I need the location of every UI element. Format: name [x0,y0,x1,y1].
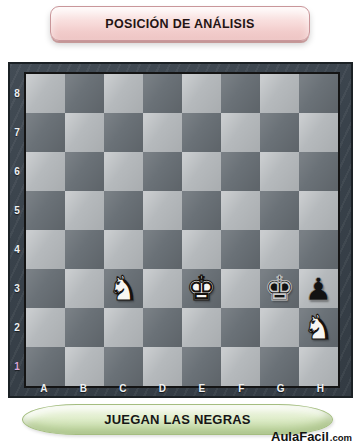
rank-label-3: 3 [10,269,24,308]
square-g4[interactable] [260,230,299,269]
file-label-d: D [143,382,183,395]
file-label-g: G [261,382,301,395]
square-g1[interactable] [260,347,299,386]
square-f3[interactable] [221,269,260,308]
square-e7[interactable] [182,113,221,152]
file-label-c: C [103,382,143,395]
brand-link[interactable]: AulaFacil .com [271,429,352,444]
square-d7[interactable] [143,113,182,152]
square-e4[interactable] [182,230,221,269]
square-a1[interactable] [26,347,65,386]
square-g2[interactable] [260,308,299,347]
square-f8[interactable] [221,74,260,113]
board-grid: ♞♚♚♟♞ [24,72,340,388]
square-e3[interactable]: ♚ [182,269,221,308]
square-d1[interactable] [143,347,182,386]
square-f2[interactable] [221,308,260,347]
square-d3[interactable] [143,269,182,308]
square-g3[interactable]: ♚ [260,269,299,308]
file-label-e: E [182,382,222,395]
rank-label-2: 2 [10,308,24,347]
square-e6[interactable] [182,152,221,191]
square-f5[interactable] [221,191,260,230]
square-b2[interactable] [65,308,104,347]
square-a3[interactable] [26,269,65,308]
square-e1[interactable] [182,347,221,386]
square-c6[interactable] [104,152,143,191]
file-label-h: H [301,382,341,395]
rank-label-6: 6 [10,152,24,191]
square-g8[interactable] [260,74,299,113]
square-a7[interactable] [26,113,65,152]
square-e2[interactable] [182,308,221,347]
file-label-b: B [64,382,104,395]
square-d2[interactable] [143,308,182,347]
square-f6[interactable] [221,152,260,191]
square-c2[interactable] [104,308,143,347]
analysis-banner: POSICIÓN DE ANÁLISIS [50,6,310,41]
square-a8[interactable] [26,74,65,113]
square-e5[interactable] [182,191,221,230]
square-g6[interactable] [260,152,299,191]
square-c5[interactable] [104,191,143,230]
file-labels: ABCDEFGH [24,382,340,395]
square-c1[interactable] [104,347,143,386]
square-h6[interactable] [299,152,338,191]
square-b7[interactable] [65,113,104,152]
square-b8[interactable] [65,74,104,113]
rank-label-4: 4 [10,230,24,269]
brand-suffix: .com [330,432,352,443]
file-label-f: F [222,382,262,395]
square-d5[interactable] [143,191,182,230]
square-h2[interactable]: ♞ [299,308,338,347]
rank-label-7: 7 [10,113,24,152]
square-d6[interactable] [143,152,182,191]
square-g5[interactable] [260,191,299,230]
square-a6[interactable] [26,152,65,191]
square-c7[interactable] [104,113,143,152]
square-c3[interactable]: ♞ [104,269,143,308]
square-b5[interactable] [65,191,104,230]
square-d8[interactable] [143,74,182,113]
square-a5[interactable] [26,191,65,230]
square-b1[interactable] [65,347,104,386]
square-e8[interactable] [182,74,221,113]
white-knight-h2: ♞ [299,308,338,347]
square-g7[interactable] [260,113,299,152]
square-h3[interactable]: ♟ [299,269,338,308]
brand-name: AulaFacil [271,429,329,444]
white-king-e3: ♚ [182,269,221,308]
square-b4[interactable] [65,230,104,269]
square-a2[interactable] [26,308,65,347]
square-d4[interactable] [143,230,182,269]
square-f1[interactable] [221,347,260,386]
square-c8[interactable] [104,74,143,113]
page: POSICIÓN DE ANÁLISIS 87654321 ♞♚♚♟♞ ABCD… [0,0,360,445]
square-h8[interactable] [299,74,338,113]
square-a4[interactable] [26,230,65,269]
rank-labels: 87654321 [10,74,24,386]
turn-banner-label: JUEGAN LAS NEGRAS [104,412,250,427]
file-label-a: A [24,382,64,395]
analysis-banner-label: POSICIÓN DE ANÁLISIS [105,17,254,31]
square-h5[interactable] [299,191,338,230]
square-b3[interactable] [65,269,104,308]
square-f4[interactable] [221,230,260,269]
white-knight-c3: ♞ [104,269,143,308]
square-b6[interactable] [65,152,104,191]
square-f7[interactable] [221,113,260,152]
square-h4[interactable] [299,230,338,269]
rank-label-1: 1 [10,347,24,386]
black-king-g3: ♚ [260,269,299,308]
chess-board: 87654321 ♞♚♚♟♞ ABCDEFGH [8,62,353,398]
square-h7[interactable] [299,113,338,152]
square-c4[interactable] [104,230,143,269]
rank-label-5: 5 [10,191,24,230]
square-h1[interactable] [299,347,338,386]
black-pawn-h3: ♟ [299,269,338,308]
rank-label-8: 8 [10,74,24,113]
